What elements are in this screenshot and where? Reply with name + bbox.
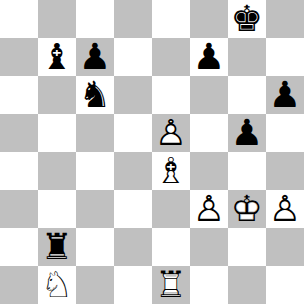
piece-black-rook: ♜ [38, 228, 76, 266]
square-g5[interactable]: ♟ [228, 114, 266, 152]
black-pawn-glyph: ♟ [190, 38, 228, 76]
square-f8[interactable] [190, 0, 228, 38]
square-f2[interactable] [190, 228, 228, 266]
square-g4[interactable] [228, 152, 266, 190]
black-knight-glyph: ♞ [76, 76, 114, 114]
square-g8[interactable]: ♚ [228, 0, 266, 38]
square-b4[interactable] [38, 152, 76, 190]
square-a4[interactable] [0, 152, 38, 190]
square-e1[interactable]: ♜♖ [152, 266, 190, 304]
square-a5[interactable] [0, 114, 38, 152]
black-rook-glyph: ♜ [38, 228, 76, 266]
square-e3[interactable] [152, 190, 190, 228]
piece-black-pawn: ♟ [266, 76, 304, 114]
square-g7[interactable] [228, 38, 266, 76]
square-b5[interactable] [38, 114, 76, 152]
piece-white-rook: ♜♖ [152, 266, 190, 304]
square-d8[interactable] [114, 0, 152, 38]
square-a2[interactable] [0, 228, 38, 266]
square-b3[interactable] [38, 190, 76, 228]
square-c8[interactable] [76, 0, 114, 38]
white-pawn-outline: ♙ [266, 190, 304, 228]
black-pawn-glyph: ♟ [266, 76, 304, 114]
square-a7[interactable] [0, 38, 38, 76]
black-pawn-glyph: ♟ [228, 114, 266, 152]
square-h1[interactable] [266, 266, 304, 304]
square-a6[interactable] [0, 76, 38, 114]
square-b1[interactable]: ♞♘ [38, 266, 76, 304]
white-bishop-outline: ♗ [152, 152, 190, 190]
square-g1[interactable] [228, 266, 266, 304]
piece-white-knight: ♞♘ [38, 266, 76, 304]
square-e5[interactable]: ♟♙ [152, 114, 190, 152]
black-pawn-glyph: ♟ [76, 38, 114, 76]
square-f6[interactable] [190, 76, 228, 114]
square-d6[interactable] [114, 76, 152, 114]
piece-black-knight: ♞ [76, 76, 114, 114]
square-f1[interactable] [190, 266, 228, 304]
square-e7[interactable] [152, 38, 190, 76]
square-b2[interactable]: ♜ [38, 228, 76, 266]
square-d4[interactable] [114, 152, 152, 190]
white-rook-outline: ♖ [152, 266, 190, 304]
square-a1[interactable] [0, 266, 38, 304]
square-g6[interactable] [228, 76, 266, 114]
square-h3[interactable]: ♟♙ [266, 190, 304, 228]
square-d5[interactable] [114, 114, 152, 152]
square-c6[interactable]: ♞ [76, 76, 114, 114]
black-bishop-glyph: ♝ [38, 38, 76, 76]
square-g3[interactable]: ♚♔ [228, 190, 266, 228]
square-c7[interactable]: ♟ [76, 38, 114, 76]
square-h5[interactable] [266, 114, 304, 152]
white-pawn-outline: ♙ [152, 114, 190, 152]
square-h6[interactable]: ♟ [266, 76, 304, 114]
square-d2[interactable] [114, 228, 152, 266]
square-h7[interactable] [266, 38, 304, 76]
square-c5[interactable] [76, 114, 114, 152]
white-king-outline: ♔ [228, 190, 266, 228]
square-e6[interactable] [152, 76, 190, 114]
white-knight-outline: ♘ [38, 266, 76, 304]
piece-black-bishop: ♝ [38, 38, 76, 76]
square-g2[interactable] [228, 228, 266, 266]
piece-white-pawn: ♟♙ [190, 190, 228, 228]
square-e8[interactable] [152, 0, 190, 38]
square-e4[interactable]: ♝♗ [152, 152, 190, 190]
square-b8[interactable] [38, 0, 76, 38]
square-c1[interactable] [76, 266, 114, 304]
square-b7[interactable]: ♝ [38, 38, 76, 76]
square-a3[interactable] [0, 190, 38, 228]
square-f5[interactable] [190, 114, 228, 152]
square-h4[interactable] [266, 152, 304, 190]
square-d7[interactable] [114, 38, 152, 76]
square-d1[interactable] [114, 266, 152, 304]
square-a8[interactable] [0, 0, 38, 38]
piece-black-king: ♚ [228, 0, 266, 38]
piece-white-king: ♚♔ [228, 190, 266, 228]
piece-black-pawn: ♟ [76, 38, 114, 76]
square-f4[interactable] [190, 152, 228, 190]
piece-white-pawn: ♟♙ [152, 114, 190, 152]
square-d3[interactable] [114, 190, 152, 228]
black-king-glyph: ♚ [228, 0, 266, 38]
square-f3[interactable]: ♟♙ [190, 190, 228, 228]
square-f7[interactable]: ♟ [190, 38, 228, 76]
piece-white-bishop: ♝♗ [152, 152, 190, 190]
square-c4[interactable] [76, 152, 114, 190]
square-h2[interactable] [266, 228, 304, 266]
square-c3[interactable] [76, 190, 114, 228]
piece-black-pawn: ♟ [228, 114, 266, 152]
piece-black-pawn: ♟ [190, 38, 228, 76]
square-h8[interactable] [266, 0, 304, 38]
square-c2[interactable] [76, 228, 114, 266]
square-e2[interactable] [152, 228, 190, 266]
chess-board: ♚♝♟♟♞♟♟♙♟♝♗♟♙♚♔♟♙♜♞♘♜♖ [0, 0, 304, 304]
white-pawn-outline: ♙ [190, 190, 228, 228]
square-b6[interactable] [38, 76, 76, 114]
piece-white-pawn: ♟♙ [266, 190, 304, 228]
